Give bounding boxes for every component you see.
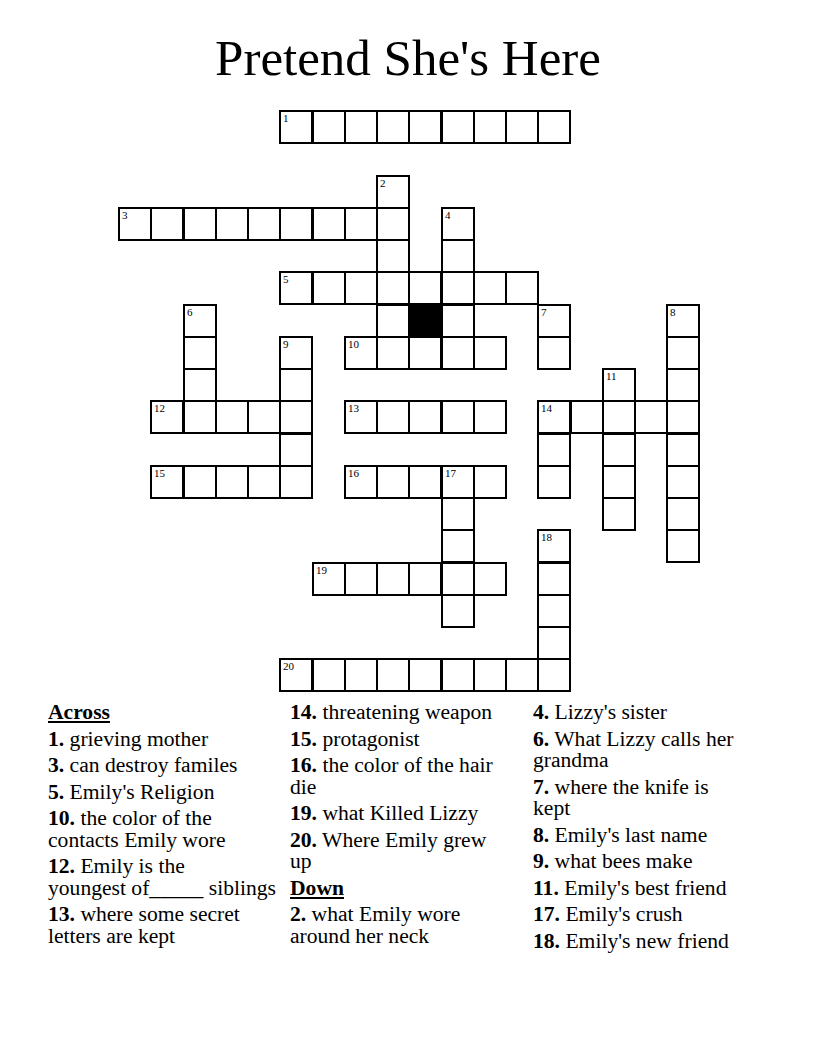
clue-number: 11. [533, 876, 559, 900]
cell-number-12: 12 [154, 402, 165, 415]
clue-across-19: 19. what Killed Lizzy [290, 803, 505, 825]
grid-cell-r7c9[interactable] [408, 336, 442, 370]
grid-cell-r17c11[interactable] [473, 658, 507, 692]
cell-number-15: 15 [154, 467, 165, 480]
grid-cell-r3c8[interactable] [376, 207, 410, 241]
grid-cell-r9c15[interactable] [602, 400, 636, 434]
clue-number: 16. [290, 753, 317, 777]
grid-cell-r9c11[interactable] [473, 400, 507, 434]
grid-cell-r5c8[interactable] [376, 271, 410, 305]
grid-cell-r10c13[interactable] [537, 433, 571, 467]
grid-cell-r0c7[interactable] [344, 110, 378, 144]
grid-cell-r3c6[interactable] [312, 207, 346, 241]
grid-cell-r0c12[interactable] [505, 110, 539, 144]
clue-number: 1. [48, 727, 64, 751]
grid-cell-r5c12[interactable] [505, 271, 539, 305]
grid-cell-r8c15[interactable]: 11 [602, 368, 636, 402]
grid-cell-r5c10[interactable] [441, 271, 475, 305]
grid-cell-r8c2[interactable] [183, 368, 217, 402]
cell-number-5: 5 [283, 273, 289, 286]
grid-cell-r9c9[interactable] [408, 400, 442, 434]
grid-cell-r11c2[interactable] [183, 465, 217, 499]
grid-cell-r17c12[interactable] [505, 658, 539, 692]
grid-cell-r9c8[interactable] [376, 400, 410, 434]
grid-cell-r6c13[interactable]: 7 [537, 304, 571, 338]
cell-number-13: 13 [348, 402, 359, 415]
grid-cell-r9c3[interactable] [215, 400, 249, 434]
cell-number-18: 18 [541, 531, 552, 544]
clue-number: 7. [533, 775, 549, 799]
clue-down-18: 18. Emily's new friend [533, 931, 748, 953]
cell-number-11: 11 [606, 370, 617, 383]
grid-cell-r14c7[interactable] [344, 562, 378, 596]
clue-number: 13. [48, 902, 75, 926]
clue-across-14: 14. threatening weapon [290, 702, 505, 724]
grid-cell-r14c10[interactable] [441, 562, 475, 596]
clue-across-20: 20. Where Emily grewup [290, 830, 505, 873]
grid-cell-r7c5[interactable]: 9 [279, 336, 313, 370]
cell-number-4: 4 [445, 209, 451, 222]
clue-number: 9. [533, 849, 549, 873]
cell-number-20: 20 [283, 660, 294, 673]
grid-cell-r13c17[interactable] [666, 529, 700, 563]
clue-number: 10. [48, 806, 75, 830]
clue-number: 6. [533, 727, 549, 751]
grid-cell-r13c10[interactable] [441, 529, 475, 563]
grid-cell-r17c5[interactable]: 20 [279, 658, 313, 692]
grid-cell-r11c4[interactable] [247, 465, 281, 499]
grid-cell-r9c5[interactable] [279, 400, 313, 434]
grid-cell-r3c0[interactable]: 3 [118, 207, 152, 241]
grid-cell-r7c10[interactable] [441, 336, 475, 370]
grid-cell-r5c6[interactable] [312, 271, 346, 305]
grid-cell-r6c2[interactable]: 6 [183, 304, 217, 338]
clue-number: 8. [533, 823, 549, 847]
grid-cell-r9c16[interactable] [634, 400, 668, 434]
clue-number: 2. [290, 902, 306, 926]
clue-column-2: 14. threatening weapon15. protagonist16.… [290, 702, 505, 952]
grid-cell-r15c10[interactable] [441, 594, 475, 628]
crossword-grid: 1234567891011121314151617181920 [118, 110, 703, 695]
cell-number-3: 3 [122, 209, 128, 222]
clue-number: 18. [533, 929, 560, 953]
clue-down-8: 8. Emily's last name [533, 825, 748, 847]
cell-number-1: 1 [283, 112, 289, 125]
clue-column-1: Across1. grieving mother3. can destroy f… [48, 702, 288, 952]
puzzle-title: Pretend She's Here [0, 29, 816, 87]
clue-number: 15. [290, 727, 317, 751]
grid-cell-r11c13[interactable] [537, 465, 571, 499]
grid-cell-r3c4[interactable] [247, 207, 281, 241]
grid-cell-r3c7[interactable] [344, 207, 378, 241]
grid-cell-r11c15[interactable] [602, 465, 636, 499]
clue-number: 20. [290, 828, 317, 852]
down-heading: Down [290, 878, 505, 900]
grid-cell-r9c7[interactable]: 13 [344, 400, 378, 434]
grid-cell-r12c17[interactable] [666, 497, 700, 531]
grid-cell-r0c11[interactable] [473, 110, 507, 144]
grid-cell-r8c5[interactable] [279, 368, 313, 402]
grid-cell-r0c13[interactable] [537, 110, 571, 144]
cell-number-14: 14 [541, 402, 552, 415]
grid-cell-r6c8[interactable] [376, 304, 410, 338]
grid-cell-r5c11[interactable] [473, 271, 507, 305]
grid-cell-r14c13[interactable] [537, 562, 571, 596]
grid-cell-r9c1[interactable]: 12 [150, 400, 184, 434]
grid-cell-r13c13[interactable]: 18 [537, 529, 571, 563]
grid-cell-r14c11[interactable] [473, 562, 507, 596]
clue-across-15: 15. protagonist [290, 729, 505, 751]
grid-cell-r12c15[interactable] [602, 497, 636, 531]
clue-down-4: 4. Lizzy's sister [533, 702, 748, 724]
cell-number-8: 8 [670, 306, 676, 319]
clue-across-5: 5. Emily's Religion [48, 782, 288, 804]
grid-cell-r9c10[interactable] [441, 400, 475, 434]
grid-cell-r16c13[interactable] [537, 626, 571, 660]
grid-cell-r3c3[interactable] [215, 207, 249, 241]
grid-cell-r15c13[interactable] [537, 594, 571, 628]
grid-cell-r11c11[interactable] [473, 465, 507, 499]
clue-number: 4. [533, 700, 549, 724]
grid-cell-r0c6[interactable] [312, 110, 346, 144]
clue-across-16: 16. the color of the hairdie [290, 755, 505, 798]
cell-number-10: 10 [348, 338, 359, 351]
cell-number-17: 17 [445, 467, 456, 480]
grid-cell-r9c2[interactable] [183, 400, 217, 434]
grid-cell-r11c8[interactable] [376, 465, 410, 499]
clue-number: 12. [48, 854, 75, 878]
grid-cell-r11c10[interactable]: 17 [441, 465, 475, 499]
grid-cell-r0c9[interactable] [408, 110, 442, 144]
clue-across-13: 13. where some secretletters are kept [48, 904, 288, 947]
cell-number-2: 2 [380, 177, 386, 190]
cell-number-9: 9 [283, 338, 289, 351]
across-heading: Across [48, 702, 288, 724]
grid-cell-r3c2[interactable] [183, 207, 217, 241]
grid-cell-r3c10[interactable]: 4 [441, 207, 475, 241]
grid-cell-r10c15[interactable] [602, 433, 636, 467]
grid-cell-r0c5[interactable]: 1 [279, 110, 313, 144]
grid-cell-r17c9[interactable] [408, 658, 442, 692]
cell-number-7: 7 [541, 306, 547, 319]
grid-cell-r0c8[interactable] [376, 110, 410, 144]
grid-cell-r5c7[interactable] [344, 271, 378, 305]
grid-cell-r17c13[interactable] [537, 658, 571, 692]
clue-across-3: 3. can destroy familes [48, 755, 288, 777]
clue-down-11: 11. Emily's best friend [533, 878, 748, 900]
grid-cell-r14c9[interactable] [408, 562, 442, 596]
grid-cell-r11c5[interactable] [279, 465, 313, 499]
grid-cell-r10c5[interactable] [279, 433, 313, 467]
grid-cell-r7c13[interactable] [537, 336, 571, 370]
grid-cell-r10c17[interactable] [666, 433, 700, 467]
clue-down-7: 7. where the knife iskept [533, 777, 748, 820]
grid-cell-r9c4[interactable] [247, 400, 281, 434]
grid-cell-r6c17[interactable]: 8 [666, 304, 700, 338]
cell-number-19: 19 [316, 564, 327, 577]
grid-cell-r7c8[interactable] [376, 336, 410, 370]
grid-cell-r14c8[interactable] [376, 562, 410, 596]
grid-cell-r3c1[interactable] [150, 207, 184, 241]
grid-cell-r7c2[interactable] [183, 336, 217, 370]
clue-number: 19. [290, 801, 317, 825]
grid-cell-r7c7[interactable]: 10 [344, 336, 378, 370]
grid-cell-r3c5[interactable] [279, 207, 313, 241]
grid-cell-r8c17[interactable] [666, 368, 700, 402]
clue-down-2: 2. what Emily worearound her neck [290, 904, 505, 947]
grid-cell-r11c3[interactable] [215, 465, 249, 499]
grid-cell-r5c9[interactable] [408, 271, 442, 305]
clue-number: 3. [48, 753, 64, 777]
black-cell [408, 304, 442, 338]
grid-cell-r17c8[interactable] [376, 658, 410, 692]
clue-down-9: 9. what bees make [533, 851, 748, 873]
grid-cell-r12c10[interactable] [441, 497, 475, 531]
grid-cell-r9c17[interactable] [666, 400, 700, 434]
clue-number: 17. [533, 902, 560, 926]
grid-cell-r5c5[interactable]: 5 [279, 271, 313, 305]
grid-cell-r9c13[interactable]: 14 [537, 400, 571, 434]
grid-cell-r7c11[interactable] [473, 336, 507, 370]
clue-column-3: 4. Lizzy's sister6. What Lizzy calls her… [533, 702, 748, 957]
grid-cell-r14c6[interactable]: 19 [312, 562, 346, 596]
grid-cell-r4c10[interactable] [441, 239, 475, 273]
grid-cell-r7c17[interactable] [666, 336, 700, 370]
clue-across-1: 1. grieving mother [48, 729, 288, 751]
grid-cell-r17c10[interactable] [441, 658, 475, 692]
grid-cell-r4c8[interactable] [376, 239, 410, 273]
grid-cell-r0c10[interactable] [441, 110, 475, 144]
grid-cell-r11c1[interactable]: 15 [150, 465, 184, 499]
grid-cell-r11c17[interactable] [666, 465, 700, 499]
clue-number: 14. [290, 700, 317, 724]
grid-cell-r9c14[interactable] [570, 400, 604, 434]
cell-number-6: 6 [187, 306, 193, 319]
grid-cell-r2c8[interactable]: 2 [376, 175, 410, 209]
grid-cell-r6c10[interactable] [441, 304, 475, 338]
clue-across-10: 10. the color of thecontacts Emily wore [48, 808, 288, 851]
clue-down-17: 17. Emily's crush [533, 904, 748, 926]
grid-cell-r17c7[interactable] [344, 658, 378, 692]
grid-cell-r11c7[interactable]: 16 [344, 465, 378, 499]
grid-cell-r11c9[interactable] [408, 465, 442, 499]
clue-number: 5. [48, 780, 64, 804]
cell-number-16: 16 [348, 467, 359, 480]
clue-down-6: 6. What Lizzy calls hergrandma [533, 729, 748, 772]
clue-across-12: 12. Emily is theyoungest of_____ sibling… [48, 856, 288, 899]
grid-cell-r17c6[interactable] [312, 658, 346, 692]
